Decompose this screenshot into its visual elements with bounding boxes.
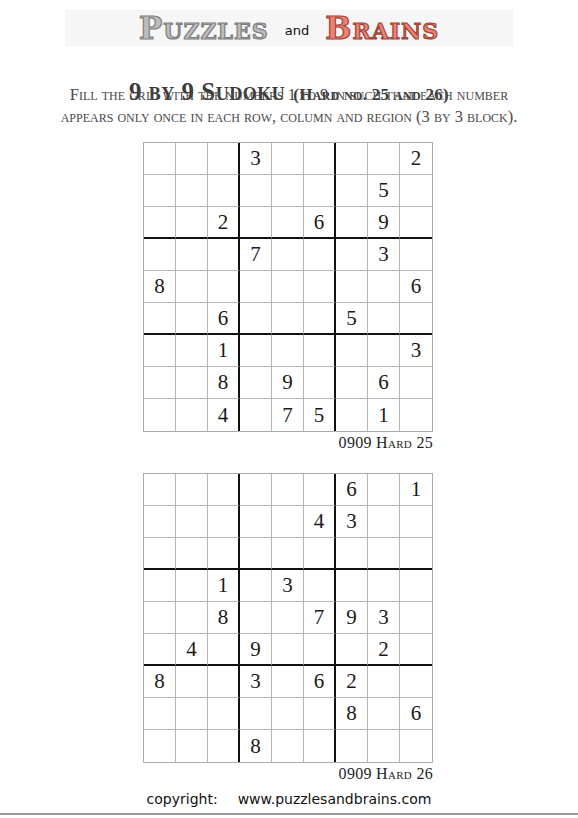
puzzle-25-label: 0909 Hard 25 bbox=[143, 435, 433, 451]
p1-cell-r5c5 bbox=[272, 271, 304, 303]
p1-cell-r9c7 bbox=[336, 399, 368, 431]
p2-cell-r2c8 bbox=[368, 506, 400, 538]
p2-cell-r3c8 bbox=[368, 538, 400, 570]
instructions-line-2: appears only once in each row, column an… bbox=[0, 106, 578, 128]
p2-cell-r8c6 bbox=[304, 698, 336, 730]
p1-cell-r4c8: 3 bbox=[368, 239, 400, 271]
p2-cell-r9c2 bbox=[176, 730, 208, 762]
p2-cell-r6c5 bbox=[272, 634, 304, 666]
p2-cell-r5c1 bbox=[144, 602, 176, 634]
p2-cell-r6c3 bbox=[208, 634, 240, 666]
p1-cell-r8c6 bbox=[304, 367, 336, 399]
p2-cell-r4c6 bbox=[304, 570, 336, 602]
p1-cell-r2c2 bbox=[176, 175, 208, 207]
p2-cell-r7c8 bbox=[368, 666, 400, 698]
p2-cell-r3c2 bbox=[176, 538, 208, 570]
p2-cell-r3c4 bbox=[240, 538, 272, 570]
p2-cell-r4c7 bbox=[336, 570, 368, 602]
p1-cell-r8c5: 9 bbox=[272, 367, 304, 399]
p2-cell-r6c4: 9 bbox=[240, 634, 272, 666]
puzzle-26-section: 61431387934928362868 0909 Hard 26 bbox=[143, 473, 435, 782]
p2-cell-r1c6 bbox=[304, 474, 336, 506]
p2-cell-r2c3 bbox=[208, 506, 240, 538]
p2-cell-r8c2 bbox=[176, 698, 208, 730]
p2-cell-r5c3: 8 bbox=[208, 602, 240, 634]
p2-cell-r2c9 bbox=[400, 506, 432, 538]
p1-cell-r2c8: 5 bbox=[368, 175, 400, 207]
p1-cell-r3c1 bbox=[144, 207, 176, 239]
sudoku-grid-hard-25: 325269738665138964751 bbox=[143, 142, 433, 432]
p2-cell-r1c8 bbox=[368, 474, 400, 506]
p2-cell-r1c4 bbox=[240, 474, 272, 506]
p1-cell-r4c7 bbox=[336, 239, 368, 271]
p2-cell-r3c5 bbox=[272, 538, 304, 570]
p2-cell-r1c2 bbox=[176, 474, 208, 506]
p2-cell-r6c9 bbox=[400, 634, 432, 666]
p1-cell-r6c8 bbox=[368, 303, 400, 335]
p2-cell-r7c1: 8 bbox=[144, 666, 176, 698]
p1-cell-r1c2 bbox=[176, 143, 208, 175]
p2-cell-r2c2 bbox=[176, 506, 208, 538]
p2-cell-r4c9 bbox=[400, 570, 432, 602]
p1-cell-r5c9: 6 bbox=[400, 271, 432, 303]
p2-cell-r9c3 bbox=[208, 730, 240, 762]
p1-cell-r3c2 bbox=[176, 207, 208, 239]
p1-cell-r5c6 bbox=[304, 271, 336, 303]
p2-cell-r8c5 bbox=[272, 698, 304, 730]
p2-cell-r3c7 bbox=[336, 538, 368, 570]
p1-cell-r9c1 bbox=[144, 399, 176, 431]
logo-banner: Puzzles and Brains bbox=[65, 10, 513, 46]
p1-cell-r9c6: 5 bbox=[304, 399, 336, 431]
p1-cell-r7c1 bbox=[144, 335, 176, 367]
p2-cell-r9c4: 8 bbox=[240, 730, 272, 762]
p1-cell-r1c6 bbox=[304, 143, 336, 175]
site-url: www.puzzlesandbrains.com bbox=[238, 791, 432, 807]
p1-cell-r2c1 bbox=[144, 175, 176, 207]
logo-brains: Brains bbox=[325, 13, 439, 44]
page: { "game": "sudoku", "logo": { "word1": "… bbox=[0, 0, 578, 818]
p1-cell-r6c1 bbox=[144, 303, 176, 335]
p2-cell-r9c1 bbox=[144, 730, 176, 762]
p1-cell-r8c2 bbox=[176, 367, 208, 399]
p1-cell-r4c3 bbox=[208, 239, 240, 271]
p2-cell-r3c1 bbox=[144, 538, 176, 570]
bottom-divider bbox=[0, 813, 578, 815]
puzzle-26-label: 0909 Hard 26 bbox=[143, 766, 433, 782]
p2-cell-r2c6: 4 bbox=[304, 506, 336, 538]
copyright-label: copyright: bbox=[147, 791, 218, 807]
p2-cell-r5c7: 9 bbox=[336, 602, 368, 634]
p1-cell-r9c3: 4 bbox=[208, 399, 240, 431]
p1-cell-r3c5 bbox=[272, 207, 304, 239]
p1-cell-r8c9 bbox=[400, 367, 432, 399]
p2-cell-r7c9 bbox=[400, 666, 432, 698]
p2-cell-r7c7: 2 bbox=[336, 666, 368, 698]
p1-cell-r6c6 bbox=[304, 303, 336, 335]
p1-cell-r3c6: 6 bbox=[304, 207, 336, 239]
p1-cell-r2c4 bbox=[240, 175, 272, 207]
p2-cell-r6c7 bbox=[336, 634, 368, 666]
p2-cell-r9c7 bbox=[336, 730, 368, 762]
p1-cell-r5c7 bbox=[336, 271, 368, 303]
p1-cell-r7c6 bbox=[304, 335, 336, 367]
p2-cell-r8c7: 8 bbox=[336, 698, 368, 730]
p2-cell-r1c1 bbox=[144, 474, 176, 506]
p2-cell-r5c5 bbox=[272, 602, 304, 634]
p2-cell-r4c2 bbox=[176, 570, 208, 602]
p1-cell-r6c9 bbox=[400, 303, 432, 335]
p1-cell-r9c4 bbox=[240, 399, 272, 431]
p2-cell-r6c2: 4 bbox=[176, 634, 208, 666]
p1-cell-r1c5 bbox=[272, 143, 304, 175]
p2-cell-r4c1 bbox=[144, 570, 176, 602]
puzzle-25-section: 325269738665138964751 0909 Hard 25 bbox=[143, 142, 435, 451]
p1-cell-r7c8 bbox=[368, 335, 400, 367]
p1-cell-r6c5 bbox=[272, 303, 304, 335]
p1-cell-r8c8: 6 bbox=[368, 367, 400, 399]
p2-cell-r6c8: 2 bbox=[368, 634, 400, 666]
p1-cell-r7c4 bbox=[240, 335, 272, 367]
p1-cell-r9c8: 1 bbox=[368, 399, 400, 431]
p2-cell-r2c4 bbox=[240, 506, 272, 538]
p2-cell-r8c1 bbox=[144, 698, 176, 730]
p2-cell-r8c4 bbox=[240, 698, 272, 730]
p1-cell-r4c9 bbox=[400, 239, 432, 271]
p1-cell-r5c4 bbox=[240, 271, 272, 303]
p2-cell-r3c3 bbox=[208, 538, 240, 570]
p2-cell-r9c5 bbox=[272, 730, 304, 762]
p1-cell-r9c2 bbox=[176, 399, 208, 431]
sudoku-grid-hard-26: 61431387934928362868 bbox=[143, 473, 433, 763]
p2-cell-r1c5 bbox=[272, 474, 304, 506]
p1-cell-r7c9: 3 bbox=[400, 335, 432, 367]
p2-cell-r8c8 bbox=[368, 698, 400, 730]
p1-cell-r7c2 bbox=[176, 335, 208, 367]
p1-cell-r8c4 bbox=[240, 367, 272, 399]
p2-cell-r5c9 bbox=[400, 602, 432, 634]
p1-cell-r3c9 bbox=[400, 207, 432, 239]
p1-cell-r8c7 bbox=[336, 367, 368, 399]
p2-cell-r3c6 bbox=[304, 538, 336, 570]
p1-cell-r2c6 bbox=[304, 175, 336, 207]
instructions: Fill the grid with the numbers 1 to 9 in… bbox=[0, 84, 578, 128]
p1-cell-r6c2 bbox=[176, 303, 208, 335]
p1-cell-r9c5: 7 bbox=[272, 399, 304, 431]
p2-cell-r2c5 bbox=[272, 506, 304, 538]
p2-cell-r2c1 bbox=[144, 506, 176, 538]
p1-cell-r9c9 bbox=[400, 399, 432, 431]
p1-cell-r2c3 bbox=[208, 175, 240, 207]
p2-cell-r5c4 bbox=[240, 602, 272, 634]
p2-cell-r6c6 bbox=[304, 634, 336, 666]
p1-cell-r4c4: 7 bbox=[240, 239, 272, 271]
p2-cell-r1c9: 1 bbox=[400, 474, 432, 506]
p1-cell-r4c5 bbox=[272, 239, 304, 271]
p2-cell-r5c2 bbox=[176, 602, 208, 634]
p1-cell-r1c7 bbox=[336, 143, 368, 175]
footer: copyright:www.puzzlesandbrains.com bbox=[0, 791, 578, 807]
logo-and: and bbox=[285, 19, 309, 38]
instructions-line-1: Fill the grid with the numbers 1 to 9 in… bbox=[0, 84, 578, 106]
p1-cell-r4c6 bbox=[304, 239, 336, 271]
p1-cell-r5c1: 8 bbox=[144, 271, 176, 303]
p2-cell-r9c9 bbox=[400, 730, 432, 762]
p2-cell-r8c9: 6 bbox=[400, 698, 432, 730]
p1-cell-r7c5 bbox=[272, 335, 304, 367]
p1-cell-r6c3: 6 bbox=[208, 303, 240, 335]
logo-puzzles: Puzzles bbox=[139, 13, 269, 44]
p2-cell-r7c6: 6 bbox=[304, 666, 336, 698]
p1-cell-r2c9 bbox=[400, 175, 432, 207]
p1-cell-r1c4: 3 bbox=[240, 143, 272, 175]
p1-cell-r3c4 bbox=[240, 207, 272, 239]
p2-cell-r1c7: 6 bbox=[336, 474, 368, 506]
p2-cell-r5c6: 7 bbox=[304, 602, 336, 634]
p1-cell-r1c8 bbox=[368, 143, 400, 175]
p1-cell-r3c8: 9 bbox=[368, 207, 400, 239]
p2-cell-r4c8 bbox=[368, 570, 400, 602]
p1-cell-r2c7 bbox=[336, 175, 368, 207]
p1-cell-r5c8 bbox=[368, 271, 400, 303]
p2-cell-r4c4 bbox=[240, 570, 272, 602]
p1-cell-r5c2 bbox=[176, 271, 208, 303]
p2-cell-r7c4: 3 bbox=[240, 666, 272, 698]
p1-cell-r2c5 bbox=[272, 175, 304, 207]
p1-cell-r1c1 bbox=[144, 143, 176, 175]
p2-cell-r4c5: 3 bbox=[272, 570, 304, 602]
p1-cell-r5c3 bbox=[208, 271, 240, 303]
p2-cell-r2c7: 3 bbox=[336, 506, 368, 538]
p1-cell-r4c2 bbox=[176, 239, 208, 271]
p2-cell-r8c3 bbox=[208, 698, 240, 730]
p1-cell-r6c4 bbox=[240, 303, 272, 335]
p2-cell-r7c3 bbox=[208, 666, 240, 698]
p1-cell-r7c3: 1 bbox=[208, 335, 240, 367]
p1-cell-r4c1 bbox=[144, 239, 176, 271]
p1-cell-r6c7: 5 bbox=[336, 303, 368, 335]
p1-cell-r3c3: 2 bbox=[208, 207, 240, 239]
p2-cell-r3c9 bbox=[400, 538, 432, 570]
p2-cell-r9c6 bbox=[304, 730, 336, 762]
p2-cell-r9c8 bbox=[368, 730, 400, 762]
p1-cell-r3c7 bbox=[336, 207, 368, 239]
p2-cell-r1c3 bbox=[208, 474, 240, 506]
p2-cell-r6c1 bbox=[144, 634, 176, 666]
p1-cell-r8c3: 8 bbox=[208, 367, 240, 399]
p1-cell-r7c7 bbox=[336, 335, 368, 367]
p2-cell-r5c8: 3 bbox=[368, 602, 400, 634]
p1-cell-r8c1 bbox=[144, 367, 176, 399]
p1-cell-r1c9: 2 bbox=[400, 143, 432, 175]
p2-cell-r7c2 bbox=[176, 666, 208, 698]
p2-cell-r4c3: 1 bbox=[208, 570, 240, 602]
p1-cell-r1c3 bbox=[208, 143, 240, 175]
p2-cell-r7c5 bbox=[272, 666, 304, 698]
